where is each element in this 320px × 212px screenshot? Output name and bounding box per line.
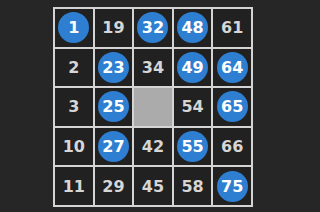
bingo-cell-2[interactable]: 2 [55, 49, 93, 87]
bingo-cell-75[interactable]: 75 [213, 167, 251, 205]
bingo-board: 1193248612233449643255465102742556611294… [53, 7, 253, 207]
daub-marker: 75 [217, 171, 248, 202]
daub-marker: 65 [217, 91, 248, 122]
bingo-cell-54[interactable]: 54 [174, 88, 212, 126]
bingo-cell-42[interactable]: 42 [134, 128, 172, 166]
daub-marker: 32 [137, 12, 168, 43]
bingo-cell-49[interactable]: 49 [174, 49, 212, 87]
bingo-cell-45[interactable]: 45 [134, 167, 172, 205]
daub-marker: 48 [177, 12, 208, 43]
bingo-cell-65[interactable]: 65 [213, 88, 251, 126]
bingo-cell-3[interactable]: 3 [55, 88, 93, 126]
daub-marker: 23 [98, 52, 129, 83]
bingo-cell-27[interactable]: 27 [95, 128, 133, 166]
daub-marker: 25 [98, 91, 129, 122]
bingo-cell-11[interactable]: 11 [55, 167, 93, 205]
bingo-cell-1[interactable]: 1 [55, 9, 93, 47]
bingo-cell-32[interactable]: 32 [134, 9, 172, 47]
free-space[interactable] [134, 88, 172, 126]
bingo-cell-66[interactable]: 66 [213, 128, 251, 166]
bingo-cell-55[interactable]: 55 [174, 128, 212, 166]
bingo-cell-58[interactable]: 58 [174, 167, 212, 205]
daub-marker: 27 [98, 131, 129, 162]
bingo-cell-34[interactable]: 34 [134, 49, 172, 87]
daub-marker: 55 [177, 131, 208, 162]
bingo-cell-23[interactable]: 23 [95, 49, 133, 87]
bingo-cell-10[interactable]: 10 [55, 128, 93, 166]
bingo-cell-29[interactable]: 29 [95, 167, 133, 205]
bingo-cell-19[interactable]: 19 [95, 9, 133, 47]
bingo-cell-61[interactable]: 61 [213, 9, 251, 47]
daub-marker: 1 [58, 12, 89, 43]
daub-marker: 64 [217, 52, 248, 83]
daub-marker: 49 [177, 52, 208, 83]
bingo-cell-25[interactable]: 25 [95, 88, 133, 126]
bingo-cell-64[interactable]: 64 [213, 49, 251, 87]
bingo-cell-48[interactable]: 48 [174, 9, 212, 47]
